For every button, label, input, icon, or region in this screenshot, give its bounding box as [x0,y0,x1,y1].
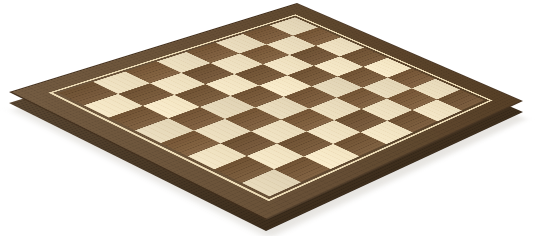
chess-board [0,0,400,236]
frame-inlay-line [48,14,492,201]
board-frame [9,3,523,220]
product-photo-scene [0,0,537,236]
board-squares-grid [58,17,484,196]
